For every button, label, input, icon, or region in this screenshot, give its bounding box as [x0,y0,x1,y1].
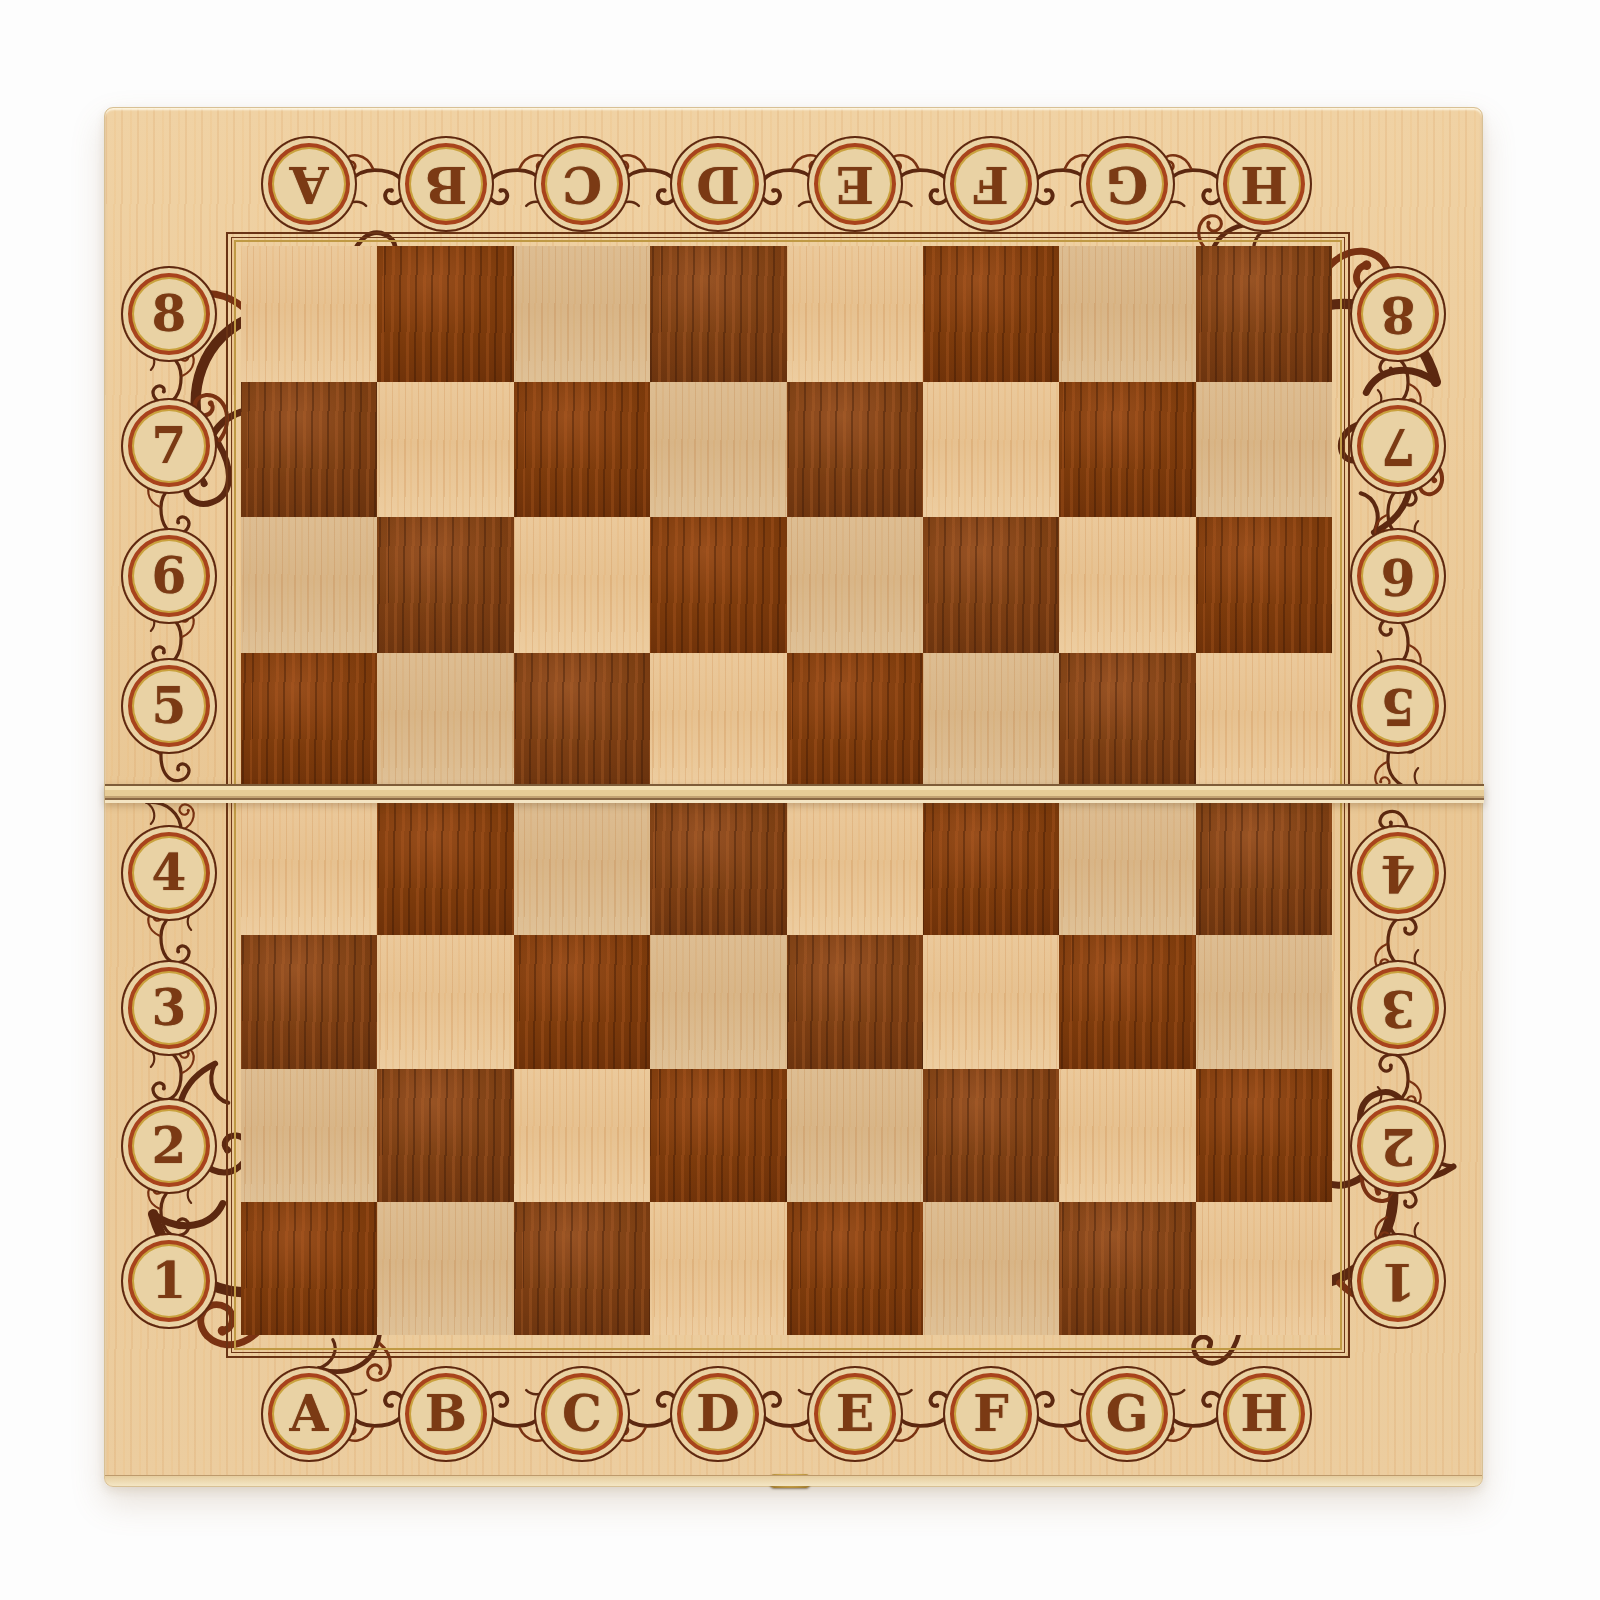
square-f1 [923,1202,1059,1335]
rank-label-right-3-text: 3 [1381,983,1416,1033]
rank-label-right-1: 1 [1350,1233,1446,1329]
square-b6 [377,517,513,653]
rank-label-left-6: 6 [121,528,217,624]
file-label-bottom-b: B [398,1366,494,1462]
file-label-bottom-d: D [670,1366,766,1462]
square-h7 [1196,382,1332,518]
square-a2 [241,1069,377,1202]
square-a5 [241,653,377,789]
square-f2 [923,1069,1059,1202]
rank-label-right-2: 2 [1350,1098,1446,1194]
square-h2 [1196,1069,1332,1202]
square-h3 [1196,935,1332,1068]
fold-seam [105,784,1484,803]
square-d1 [650,1202,786,1335]
rank-label-right-5: 5 [1350,658,1446,754]
square-e2 [787,1069,923,1202]
file-label-bottom-a: A [261,1366,357,1462]
square-c2 [514,1069,650,1202]
square-b1 [377,1202,513,1335]
square-h5 [1196,653,1332,789]
file-label-bottom-b-text: B [425,1389,467,1439]
square-d8 [650,246,786,382]
file-label-bottom-f: F [943,1366,1039,1462]
square-d2 [650,1069,786,1202]
rank-label-left-2-text: 2 [152,1121,187,1171]
rank-label-left-8-text: 8 [152,289,187,339]
rank-label-left-3: 3 [121,960,217,1056]
square-f8 [923,246,1059,382]
rank-label-right-7-text: 7 [1381,421,1416,471]
board-top-half [241,246,1332,788]
square-h1 [1196,1202,1332,1335]
square-b2 [377,1069,513,1202]
square-e6 [787,517,923,653]
file-label-bottom-h: H [1216,1366,1312,1462]
file-label-top-a-text: A [290,159,329,209]
square-d3 [650,935,786,1068]
square-f4 [923,802,1059,935]
square-a6 [241,517,377,653]
rank-label-left-4-text: 4 [152,848,187,898]
square-a3 [241,935,377,1068]
file-label-bottom-h-text: H [1240,1389,1287,1439]
square-g7 [1059,382,1195,518]
file-label-bottom-g-text: G [1106,1389,1149,1439]
square-h6 [1196,517,1332,653]
file-label-top-f: F [943,136,1039,232]
file-label-bottom-f-text: F [973,1389,1009,1439]
rank-label-right-6-text: 6 [1381,551,1416,601]
file-label-top-a: A [261,136,357,232]
rank-label-right-8: 8 [1350,266,1446,362]
file-label-top-g-text: G [1106,159,1149,209]
square-a8 [241,246,377,382]
chess-board: AABBCCDDEEFFGGHH8877665544332211 [104,107,1483,1487]
rank-label-left-7-text: 7 [152,421,187,471]
file-label-top-c: C [534,136,630,232]
square-c8 [514,246,650,382]
rank-label-left-4: 4 [121,825,217,921]
square-e4 [787,802,923,935]
file-label-top-d-text: D [696,159,739,209]
file-label-top-e: E [807,136,903,232]
square-c5 [514,653,650,789]
photo-background: AABBCCDDEEFFGGHH8877665544332211 [0,0,1600,1600]
file-label-bottom-a-text: A [290,1389,329,1439]
square-d5 [650,653,786,789]
square-f6 [923,517,1059,653]
square-e7 [787,382,923,518]
square-a7 [241,382,377,518]
rank-label-right-2-text: 2 [1381,1121,1416,1171]
square-e8 [787,246,923,382]
file-label-top-f-text: F [973,159,1009,209]
rank-label-left-8: 8 [121,266,217,362]
rank-label-right-4: 4 [1350,825,1446,921]
square-g5 [1059,653,1195,789]
square-f5 [923,653,1059,789]
file-label-top-e-text: E [836,159,874,209]
square-d6 [650,517,786,653]
file-label-top-g: G [1079,136,1175,232]
rank-label-left-7: 7 [121,398,217,494]
file-label-top-d: D [670,136,766,232]
rank-label-left-1: 1 [121,1233,217,1329]
file-label-top-c-text: C [562,159,602,209]
square-a4 [241,802,377,935]
brass-clasp [769,1474,811,1488]
file-label-bottom-c: C [534,1366,630,1462]
square-c3 [514,935,650,1068]
rank-label-right-6: 6 [1350,528,1446,624]
square-g1 [1059,1202,1195,1335]
file-label-top-b: B [398,136,494,232]
file-label-bottom-c-text: C [562,1389,602,1439]
square-b8 [377,246,513,382]
square-c1 [514,1202,650,1335]
file-label-top-h: H [1216,136,1312,232]
file-label-bottom-d-text: D [696,1389,739,1439]
rank-label-left-2: 2 [121,1098,217,1194]
rank-label-right-7: 7 [1350,398,1446,494]
square-g2 [1059,1069,1195,1202]
square-d7 [650,382,786,518]
file-label-bottom-e-text: E [836,1389,874,1439]
rank-label-right-1-text: 1 [1381,1256,1416,1306]
square-h8 [1196,246,1332,382]
board-bottom-half [241,802,1332,1335]
rank-label-right-5-text: 5 [1381,681,1416,731]
square-b5 [377,653,513,789]
file-label-bottom-e: E [807,1366,903,1462]
rank-label-left-3-text: 3 [152,983,187,1033]
file-label-top-b-text: B [425,159,467,209]
rank-label-left-6-text: 6 [152,551,187,601]
rank-label-right-8-text: 8 [1381,289,1416,339]
rank-label-right-3: 3 [1350,960,1446,1056]
square-d4 [650,802,786,935]
square-g3 [1059,935,1195,1068]
square-e1 [787,1202,923,1335]
square-c6 [514,517,650,653]
square-b4 [377,802,513,935]
square-b7 [377,382,513,518]
square-f7 [923,382,1059,518]
rank-label-left-5-text: 5 [152,681,187,731]
rank-label-left-1-text: 1 [152,1256,187,1306]
rank-label-right-4-text: 4 [1381,848,1416,898]
square-e5 [787,653,923,789]
square-c7 [514,382,650,518]
square-g6 [1059,517,1195,653]
file-label-top-h-text: H [1240,159,1287,209]
square-e3 [787,935,923,1068]
square-g4 [1059,802,1195,935]
square-f3 [923,935,1059,1068]
square-b3 [377,935,513,1068]
square-a1 [241,1202,377,1335]
rank-label-left-5: 5 [121,658,217,754]
square-h4 [1196,802,1332,935]
square-g8 [1059,246,1195,382]
square-c4 [514,802,650,935]
file-label-bottom-g: G [1079,1366,1175,1462]
